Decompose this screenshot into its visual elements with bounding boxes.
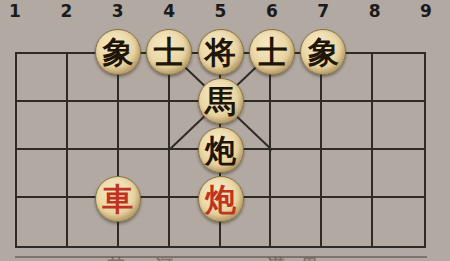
xiangqi-board: 123456789 象士将士象馬炮車炮 楚河 漢界 <box>0 0 450 261</box>
piece-black-advisor-right[interactable]: 士 <box>249 29 295 75</box>
column-label-7: 7 <box>310 1 336 21</box>
piece-black-horse[interactable]: 馬 <box>198 78 244 124</box>
board-cell[interactable] <box>373 54 424 102</box>
river-band: 楚河 漢界 <box>15 250 427 261</box>
column-label-8: 8 <box>362 1 388 21</box>
river-text-left: 楚河 <box>107 254 203 261</box>
column-label-5: 5 <box>208 1 234 21</box>
piece-black-advisor-left[interactable]: 士 <box>146 29 192 75</box>
piece-black-elephant-right[interactable]: 象 <box>300 29 346 75</box>
piece-black-cannon[interactable]: 炮 <box>198 127 244 173</box>
column-label-1: 1 <box>2 1 28 21</box>
piece-black-elephant-left[interactable]: 象 <box>95 29 141 75</box>
board-cell[interactable] <box>119 102 170 150</box>
column-label-4: 4 <box>156 1 182 21</box>
column-label-6: 6 <box>259 1 285 21</box>
piece-red-chariot[interactable]: 車 <box>95 176 141 222</box>
piece-red-cannon[interactable]: 炮 <box>198 176 244 222</box>
board-cell[interactable] <box>17 54 68 102</box>
board-cell[interactable] <box>271 102 322 150</box>
column-label-2: 2 <box>53 1 79 21</box>
column-label-3: 3 <box>105 1 131 21</box>
river-text-right: 漢界 <box>267 254 335 261</box>
piece-black-general[interactable]: 将 <box>198 29 244 75</box>
river-edge-line <box>15 256 427 258</box>
column-label-9: 9 <box>413 1 439 21</box>
